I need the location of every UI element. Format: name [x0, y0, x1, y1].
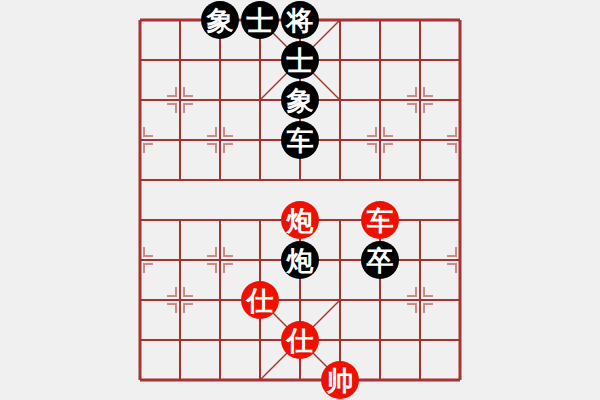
piece-black-general[interactable]: 将 [281, 1, 319, 39]
piece-red-advisor-1[interactable]: 仕 [241, 281, 279, 319]
piece-glyph: 士 [287, 47, 314, 74]
piece-glyph: 车 [287, 127, 314, 154]
piece-glyph: 帅 [327, 367, 354, 394]
piece-black-chariot[interactable]: 车 [281, 121, 319, 159]
piece-glyph: 象 [287, 87, 314, 114]
piece-grid[interactable]: 象士将士象车炮车炮卒仕仕帅 [120, 0, 480, 400]
piece-black-elephant-2[interactable]: 象 [281, 81, 319, 119]
piece-glyph: 仕 [247, 287, 274, 314]
piece-glyph: 士 [247, 7, 274, 34]
piece-glyph: 将 [287, 7, 314, 34]
piece-glyph: 车 [367, 207, 394, 234]
piece-red-general[interactable]: 帅 [321, 361, 359, 399]
piece-red-cannon[interactable]: 炮 [281, 201, 319, 239]
piece-black-elephant-1[interactable]: 象 [201, 1, 239, 39]
piece-glyph: 卒 [367, 247, 394, 274]
piece-glyph: 炮 [287, 207, 314, 234]
xiangqi-board[interactable]: 象士将士象车炮车炮卒仕仕帅 [0, 0, 600, 400]
piece-glyph: 仕 [287, 327, 314, 354]
piece-red-chariot[interactable]: 车 [361, 201, 399, 239]
piece-glyph: 炮 [287, 247, 314, 274]
piece-black-advisor-1[interactable]: 士 [241, 1, 279, 39]
piece-glyph: 象 [207, 7, 234, 34]
piece-black-soldier[interactable]: 卒 [361, 241, 399, 279]
piece-red-advisor-2[interactable]: 仕 [281, 321, 319, 359]
piece-black-cannon[interactable]: 炮 [281, 241, 319, 279]
piece-black-advisor-2[interactable]: 士 [281, 41, 319, 79]
